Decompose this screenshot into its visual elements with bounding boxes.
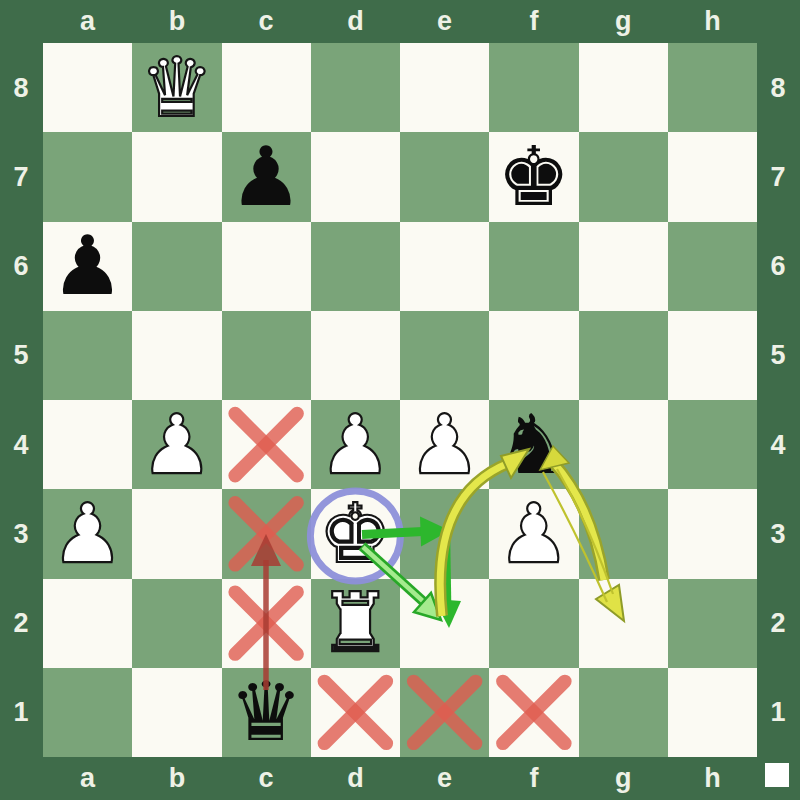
piece-black-knight-f4[interactable]: ♞ — [489, 400, 578, 489]
piece-white-king-d3[interactable]: ♚ — [311, 489, 400, 578]
square-e8[interactable] — [400, 43, 489, 132]
square-e1[interactable] — [400, 668, 489, 757]
rank-label-right-7: 7 — [770, 161, 785, 192]
rank-label-left-8: 8 — [13, 72, 28, 103]
square-a1[interactable] — [43, 668, 132, 757]
square-h4[interactable] — [668, 400, 757, 489]
square-c2[interactable] — [222, 579, 311, 668]
file-label-top-d: d — [347, 6, 364, 37]
square-c8[interactable] — [222, 43, 311, 132]
rank-label-left-1: 1 — [13, 697, 28, 728]
square-f1[interactable] — [489, 668, 578, 757]
square-g8[interactable] — [579, 43, 668, 132]
piece-white-pawn-f3[interactable]: ♟ — [489, 489, 578, 578]
square-e7[interactable] — [400, 132, 489, 221]
rank-label-right-4: 4 — [770, 429, 785, 460]
piece-white-rook-d2[interactable]: ♜ — [311, 579, 400, 668]
square-c7[interactable]: ♟ — [222, 132, 311, 221]
square-g1[interactable] — [579, 668, 668, 757]
square-h7[interactable] — [668, 132, 757, 221]
file-label-top-h: h — [704, 6, 721, 37]
file-label-top-c: c — [259, 6, 274, 37]
file-label-bottom-h: h — [704, 763, 721, 794]
square-d8[interactable] — [311, 43, 400, 132]
rank-label-left-4: 4 — [13, 429, 28, 460]
square-b2[interactable] — [132, 579, 221, 668]
piece-white-pawn-e4[interactable]: ♟ — [400, 400, 489, 489]
square-e4[interactable]: ♟ — [400, 400, 489, 489]
square-g6[interactable] — [579, 222, 668, 311]
square-f3[interactable]: ♟ — [489, 489, 578, 578]
square-a4[interactable] — [43, 400, 132, 489]
piece-white-pawn-b4[interactable]: ♟ — [132, 400, 221, 489]
square-e6[interactable] — [400, 222, 489, 311]
square-e2[interactable] — [400, 579, 489, 668]
square-h3[interactable] — [668, 489, 757, 578]
square-g7[interactable] — [579, 132, 668, 221]
rank-label-right-3: 3 — [770, 518, 785, 549]
file-label-bottom-d: d — [347, 763, 364, 794]
file-label-bottom-f: f — [529, 763, 538, 794]
file-label-top-e: e — [437, 6, 452, 37]
square-g2[interactable] — [579, 579, 668, 668]
piece-black-pawn-c7[interactable]: ♟ — [222, 132, 311, 221]
rank-label-right-8: 8 — [770, 72, 785, 103]
square-b4[interactable]: ♟ — [132, 400, 221, 489]
square-b1[interactable] — [132, 668, 221, 757]
square-c5[interactable] — [222, 311, 311, 400]
square-b7[interactable] — [132, 132, 221, 221]
square-d2[interactable]: ♜ — [311, 579, 400, 668]
square-c4[interactable] — [222, 400, 311, 489]
square-c3[interactable] — [222, 489, 311, 578]
square-f6[interactable] — [489, 222, 578, 311]
piece-white-queen-b8[interactable]: ♛ — [132, 43, 221, 132]
square-a8[interactable] — [43, 43, 132, 132]
square-b6[interactable] — [132, 222, 221, 311]
square-g5[interactable] — [579, 311, 668, 400]
rank-label-left-2: 2 — [13, 608, 28, 639]
square-d5[interactable] — [311, 311, 400, 400]
file-label-top-b: b — [169, 6, 186, 37]
square-a7[interactable] — [43, 132, 132, 221]
square-f2[interactable] — [489, 579, 578, 668]
rank-label-right-1: 1 — [770, 697, 785, 728]
square-e3[interactable] — [400, 489, 489, 578]
square-a6[interactable]: ♟ — [43, 222, 132, 311]
square-d1[interactable] — [311, 668, 400, 757]
rank-label-left-5: 5 — [13, 340, 28, 371]
file-label-bottom-b: b — [169, 763, 186, 794]
square-a5[interactable] — [43, 311, 132, 400]
file-label-top-a: a — [80, 6, 95, 37]
chess-diagram: ♛♟♚♟♟♟♟♞♟♚♟♜♛ aabbccddeeffgghh8877665544… — [0, 0, 800, 800]
piece-white-pawn-d4[interactable]: ♟ — [311, 400, 400, 489]
file-label-bottom-c: c — [259, 763, 274, 794]
rank-label-right-2: 2 — [770, 608, 785, 639]
square-h1[interactable] — [668, 668, 757, 757]
rank-label-left-3: 3 — [13, 518, 28, 549]
square-h8[interactable] — [668, 43, 757, 132]
piece-black-king-f7[interactable]: ♚ — [489, 132, 578, 221]
piece-black-pawn-a6[interactable]: ♟ — [43, 222, 132, 311]
square-e5[interactable] — [400, 311, 489, 400]
white-to-move-indicator — [765, 763, 789, 787]
file-label-bottom-a: a — [80, 763, 95, 794]
square-h2[interactable] — [668, 579, 757, 668]
square-c1[interactable]: ♛ — [222, 668, 311, 757]
square-d3[interactable]: ♚ — [311, 489, 400, 578]
rank-label-right-6: 6 — [770, 251, 785, 282]
square-g3[interactable] — [579, 489, 668, 578]
square-d6[interactable] — [311, 222, 400, 311]
file-label-bottom-e: e — [437, 763, 452, 794]
square-c6[interactable] — [222, 222, 311, 311]
rank-label-right-5: 5 — [770, 340, 785, 371]
square-a2[interactable] — [43, 579, 132, 668]
square-d7[interactable] — [311, 132, 400, 221]
square-d4[interactable]: ♟ — [311, 400, 400, 489]
rank-label-left-6: 6 — [13, 251, 28, 282]
square-b3[interactable] — [132, 489, 221, 578]
file-label-top-g: g — [615, 6, 632, 37]
square-g4[interactable] — [579, 400, 668, 489]
square-h6[interactable] — [668, 222, 757, 311]
square-a3[interactable]: ♟ — [43, 489, 132, 578]
rank-label-left-7: 7 — [13, 161, 28, 192]
piece-black-queen-c1[interactable]: ♛ — [222, 668, 311, 757]
file-label-bottom-g: g — [615, 763, 632, 794]
square-f5[interactable] — [489, 311, 578, 400]
square-f7[interactable]: ♚ — [489, 132, 578, 221]
chessboard: ♛♟♚♟♟♟♟♞♟♚♟♜♛ — [43, 43, 757, 757]
square-b8[interactable]: ♛ — [132, 43, 221, 132]
square-b5[interactable] — [132, 311, 221, 400]
square-h5[interactable] — [668, 311, 757, 400]
square-f4[interactable]: ♞ — [489, 400, 578, 489]
piece-white-pawn-a3[interactable]: ♟ — [43, 489, 132, 578]
square-f8[interactable] — [489, 43, 578, 132]
file-label-top-f: f — [529, 6, 538, 37]
